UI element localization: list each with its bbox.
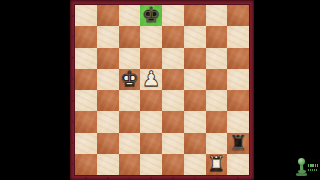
square-a7[interactable] bbox=[75, 26, 97, 47]
square-e3[interactable] bbox=[162, 111, 184, 132]
square-e8[interactable] bbox=[162, 5, 184, 26]
piece-black-king-d8[interactable]: ♚ bbox=[142, 5, 161, 26]
square-g8[interactable] bbox=[206, 5, 228, 26]
square-d4[interactable] bbox=[140, 90, 162, 111]
square-h6[interactable] bbox=[227, 48, 249, 69]
square-c2[interactable] bbox=[119, 133, 141, 154]
pawn-icon bbox=[296, 158, 307, 176]
square-f8[interactable] bbox=[184, 5, 206, 26]
square-a2[interactable] bbox=[75, 133, 97, 154]
watermark-text-line2 bbox=[308, 169, 317, 172]
square-d1[interactable] bbox=[140, 154, 162, 175]
square-a8[interactable] bbox=[75, 5, 97, 26]
square-b1[interactable] bbox=[97, 154, 119, 175]
file-label-e: e bbox=[165, 176, 181, 180]
square-a6[interactable] bbox=[75, 48, 97, 69]
file-label-g: g bbox=[208, 176, 224, 180]
square-g5[interactable] bbox=[206, 69, 228, 90]
piece-white-rook-g1[interactable]: ♜ bbox=[207, 153, 226, 174]
file-label-h: h bbox=[230, 176, 246, 180]
square-c3[interactable] bbox=[119, 111, 141, 132]
square-e4[interactable] bbox=[162, 90, 184, 111]
square-c7[interactable] bbox=[119, 26, 141, 47]
square-f2[interactable] bbox=[184, 133, 206, 154]
square-b7[interactable] bbox=[97, 26, 119, 47]
square-f3[interactable] bbox=[184, 111, 206, 132]
watermark-logo bbox=[296, 158, 320, 177]
piece-white-pawn-d5[interactable]: ♟ bbox=[142, 68, 161, 89]
piece-black-rook-h2[interactable]: ♜ bbox=[229, 132, 248, 153]
square-c8[interactable] bbox=[119, 5, 141, 26]
file-label-f: f bbox=[186, 176, 202, 180]
square-a3[interactable] bbox=[75, 111, 97, 132]
square-a5[interactable] bbox=[75, 69, 97, 90]
rank-label-4: 4 bbox=[71, 99, 75, 102]
rank-label-6: 6 bbox=[71, 57, 75, 60]
square-h7[interactable] bbox=[227, 26, 249, 47]
rank-label-8: 8 bbox=[71, 14, 75, 17]
square-h8[interactable] bbox=[227, 5, 249, 26]
square-e2[interactable] bbox=[162, 133, 184, 154]
square-h2[interactable]: ♜ bbox=[227, 133, 249, 154]
square-b3[interactable] bbox=[97, 111, 119, 132]
square-f1[interactable] bbox=[184, 154, 206, 175]
piece-white-king-c5[interactable]: ♚ bbox=[120, 68, 139, 89]
square-c1[interactable] bbox=[119, 154, 141, 175]
file-label-b: b bbox=[99, 176, 115, 180]
square-b8[interactable] bbox=[97, 5, 119, 26]
square-c5[interactable]: ♚ bbox=[119, 69, 141, 90]
file-label-d: d bbox=[143, 176, 159, 180]
square-a4[interactable] bbox=[75, 90, 97, 111]
square-d7[interactable] bbox=[140, 26, 162, 47]
rank-label-3: 3 bbox=[71, 120, 75, 123]
rank-label-2: 2 bbox=[71, 142, 75, 145]
square-g4[interactable] bbox=[206, 90, 228, 111]
file-label-a: a bbox=[78, 176, 94, 180]
watermark-text-line1 bbox=[308, 164, 319, 167]
square-d5[interactable]: ♟ bbox=[140, 69, 162, 90]
square-e5[interactable] bbox=[162, 69, 184, 90]
rank-label-1: 1 bbox=[71, 163, 75, 166]
watermark-text bbox=[308, 164, 319, 171]
square-a1[interactable] bbox=[75, 154, 97, 175]
square-d2[interactable] bbox=[140, 133, 162, 154]
square-d3[interactable] bbox=[140, 111, 162, 132]
square-e1[interactable] bbox=[162, 154, 184, 175]
square-h5[interactable] bbox=[227, 69, 249, 90]
square-c4[interactable] bbox=[119, 90, 141, 111]
rank-label-5: 5 bbox=[71, 78, 75, 81]
square-h1[interactable] bbox=[227, 154, 249, 175]
file-label-c: c bbox=[121, 176, 137, 180]
board-grid: ♚♚♟♜♜ bbox=[75, 5, 249, 175]
square-e6[interactable] bbox=[162, 48, 184, 69]
square-b2[interactable] bbox=[97, 133, 119, 154]
square-h4[interactable] bbox=[227, 90, 249, 111]
square-b6[interactable] bbox=[97, 48, 119, 69]
square-g3[interactable] bbox=[206, 111, 228, 132]
chess-board: ♚♚♟♜♜ 87654321abcdefgh bbox=[70, 0, 254, 180]
square-f6[interactable] bbox=[184, 48, 206, 69]
square-b5[interactable] bbox=[97, 69, 119, 90]
square-g6[interactable] bbox=[206, 48, 228, 69]
square-e7[interactable] bbox=[162, 26, 184, 47]
chess-thumbnail: ♚♚♟♜♜ 87654321abcdefgh bbox=[0, 0, 320, 180]
square-g7[interactable] bbox=[206, 26, 228, 47]
square-b4[interactable] bbox=[97, 90, 119, 111]
rank-label-7: 7 bbox=[71, 35, 75, 38]
square-d8[interactable]: ♚ bbox=[140, 5, 162, 26]
square-f4[interactable] bbox=[184, 90, 206, 111]
square-f7[interactable] bbox=[184, 26, 206, 47]
square-f5[interactable] bbox=[184, 69, 206, 90]
square-g1[interactable]: ♜ bbox=[206, 154, 228, 175]
